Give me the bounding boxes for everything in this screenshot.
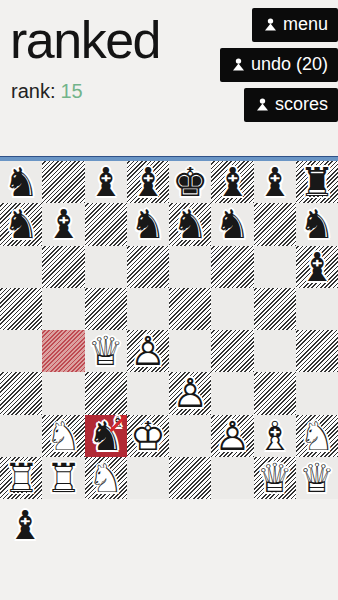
white-queen-c4: ♕: [85, 330, 127, 372]
square-d1[interactable]: [127, 457, 169, 499]
white-rook-b1: ♖: [42, 457, 84, 499]
square-h6[interactable]: ♝: [296, 246, 338, 288]
square-f5[interactable]: [211, 288, 253, 330]
square-d2[interactable]: ♚♔: [127, 415, 169, 457]
square-e8[interactable]: ♚: [169, 161, 211, 203]
black-bishop-h6: ♝: [296, 246, 338, 288]
square-b7[interactable]: ♝: [42, 203, 84, 245]
scores-button-label: scores: [275, 94, 328, 115]
square-h1[interactable]: ♛♕: [296, 457, 338, 499]
square-e5[interactable]: [169, 288, 211, 330]
white-knight-c1: ♘: [85, 457, 127, 499]
really-bad-chess-app: ranked rank:15 menu undo (20) scores ♞♝♝…: [0, 0, 338, 600]
square-e1[interactable]: [169, 457, 211, 499]
square-c6[interactable]: [85, 246, 127, 288]
square-a3[interactable]: [0, 372, 42, 414]
white-queen-h1-fill: ♛: [296, 457, 338, 499]
square-d4[interactable]: ♟♙: [127, 330, 169, 372]
black-knight-h7: ♞: [296, 203, 338, 245]
square-e3[interactable]: ♟♙: [169, 372, 211, 414]
square-d8[interactable]: ♝: [127, 161, 169, 203]
white-knight-c1-fill: ♞: [85, 457, 127, 499]
square-f8[interactable]: ♝: [211, 161, 253, 203]
square-c7[interactable]: [85, 203, 127, 245]
black-bishop-captured: ♝: [4, 502, 46, 548]
square-f1[interactable]: [211, 457, 253, 499]
white-rook-b1-fill: ♜: [42, 457, 84, 499]
square-b5[interactable]: [42, 288, 84, 330]
black-knight-a8: ♞: [0, 161, 42, 203]
white-rook-a1-fill: ♜: [0, 457, 42, 499]
square-c5[interactable]: [85, 288, 127, 330]
white-knight-b2-fill: ♞: [42, 415, 84, 457]
black-bishop-f8: ♝: [211, 161, 253, 203]
white-queen-g1-fill: ♛: [254, 457, 296, 499]
person-icon: [256, 98, 269, 111]
square-a1[interactable]: ♜♖: [0, 457, 42, 499]
white-bishop-g2: ♗: [254, 415, 296, 457]
square-d7[interactable]: ♞: [127, 203, 169, 245]
captured-pieces-tray: ♝: [4, 502, 46, 548]
square-c3[interactable]: [85, 372, 127, 414]
person-icon: [264, 18, 277, 31]
square-d3[interactable]: [127, 372, 169, 414]
square-h5[interactable]: [296, 288, 338, 330]
scores-button[interactable]: scores: [244, 88, 338, 122]
undo-button-label: undo (20): [251, 54, 328, 75]
black-bishop-c8: ♝: [85, 161, 127, 203]
captured-piece: ♝: [4, 502, 46, 548]
square-f7[interactable]: ♞: [211, 203, 253, 245]
black-bishop-b7: ♝: [42, 203, 84, 245]
rank-value: 15: [60, 80, 82, 102]
square-f4[interactable]: [211, 330, 253, 372]
page-title: ranked: [10, 12, 160, 69]
square-g5[interactable]: [254, 288, 296, 330]
square-h3[interactable]: [296, 372, 338, 414]
square-e2[interactable]: [169, 415, 211, 457]
white-knight-b2: ♘: [42, 415, 84, 457]
undo-button[interactable]: undo (20): [220, 48, 338, 82]
white-queen-g1: ♕: [254, 457, 296, 499]
square-e6[interactable]: [169, 246, 211, 288]
white-pawn-f2: ♙: [211, 415, 253, 457]
white-rook-a1: ♖: [0, 457, 42, 499]
black-bishop-g8: ♝: [254, 161, 296, 203]
menu-button[interactable]: menu: [252, 8, 338, 42]
square-e7[interactable]: ♞: [169, 203, 211, 245]
capture-slash-icon: [109, 414, 126, 431]
white-king-d2-fill: ♚: [127, 415, 169, 457]
square-g7[interactable]: [254, 203, 296, 245]
white-pawn-e3: ♙: [169, 372, 211, 414]
square-a2[interactable]: [0, 415, 42, 457]
white-queen-h1: ♕: [296, 457, 338, 499]
square-h4[interactable]: [296, 330, 338, 372]
square-g6[interactable]: [254, 246, 296, 288]
square-g3[interactable]: [254, 372, 296, 414]
square-h8[interactable]: ♜: [296, 161, 338, 203]
white-pawn-d4-fill: ♟: [127, 330, 169, 372]
square-a5[interactable]: [0, 288, 42, 330]
square-g4[interactable]: [254, 330, 296, 372]
white-queen-c4-fill: ♛: [85, 330, 127, 372]
square-c2[interactable]: ♞♝♗: [85, 415, 127, 457]
square-a8[interactable]: ♞: [0, 161, 42, 203]
square-h2[interactable]: ♞♘: [296, 415, 338, 457]
square-f2[interactable]: ♟♙: [211, 415, 253, 457]
square-d5[interactable]: [127, 288, 169, 330]
black-knight-a7: ♞: [0, 203, 42, 245]
square-d6[interactable]: [127, 246, 169, 288]
captured-piece-indicator: ♝♗: [109, 414, 127, 432]
person-icon: [232, 58, 245, 71]
square-g1[interactable]: ♛♕: [254, 457, 296, 499]
square-a7[interactable]: ♞: [0, 203, 42, 245]
square-a6[interactable]: [0, 246, 42, 288]
white-knight-h2: ♘: [296, 415, 338, 457]
square-b2[interactable]: ♞♘: [42, 415, 84, 457]
black-knight-f7: ♞: [211, 203, 253, 245]
rank-line: rank:15: [11, 80, 83, 103]
black-king-e8: ♚: [169, 161, 211, 203]
white-pawn-d4: ♙: [127, 330, 169, 372]
square-a4[interactable]: [0, 330, 42, 372]
square-g8[interactable]: ♝: [254, 161, 296, 203]
square-g2[interactable]: ♝♗: [254, 415, 296, 457]
square-b6[interactable]: [42, 246, 84, 288]
square-f3[interactable]: [211, 372, 253, 414]
square-c4[interactable]: ♛♕: [85, 330, 127, 372]
black-knight-d7: ♞: [127, 203, 169, 245]
black-rook-h8: ♜: [296, 161, 338, 203]
square-b1[interactable]: ♜♖: [42, 457, 84, 499]
square-b3[interactable]: [42, 372, 84, 414]
square-c1[interactable]: ♞♘: [85, 457, 127, 499]
white-king-d2: ♔: [127, 415, 169, 457]
square-b4[interactable]: [42, 330, 84, 372]
menu-button-label: menu: [283, 14, 328, 35]
white-bishop-g2-fill: ♝: [254, 415, 296, 457]
header-buttons: menu undo (20) scores: [220, 8, 338, 122]
white-knight-h2-fill: ♞: [296, 415, 338, 457]
square-e4[interactable]: [169, 330, 211, 372]
rank-label: rank:: [11, 80, 55, 102]
black-bishop-d8: ♝: [127, 161, 169, 203]
black-knight-e7: ♞: [169, 203, 211, 245]
white-pawn-e3-fill: ♟: [169, 372, 211, 414]
square-h7[interactable]: ♞: [296, 203, 338, 245]
square-f6[interactable]: [211, 246, 253, 288]
square-c8[interactable]: ♝: [85, 161, 127, 203]
white-pawn-f2-fill: ♟: [211, 415, 253, 457]
square-b8[interactable]: [42, 161, 84, 203]
chess-board: ♞♝♝♚♝♝♜♞♝♞♞♞♞♝♛♕♟♙♟♙♞♘♞♝♗♚♔♟♙♝♗♞♘♜♖♜♖♞♘♛…: [0, 161, 338, 499]
